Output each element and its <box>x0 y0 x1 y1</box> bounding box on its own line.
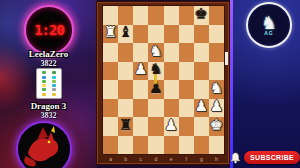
square-e2[interactable]: ♟ <box>164 117 179 136</box>
channel-logo-text: AG <box>264 30 274 36</box>
square-h7[interactable] <box>209 25 224 44</box>
square-c6[interactable] <box>133 43 148 62</box>
card-dot-2 <box>42 76 46 79</box>
square-c8[interactable] <box>133 6 148 25</box>
square-g5[interactable] <box>194 62 209 81</box>
player-name-black: Dragon 3 <box>0 101 97 111</box>
square-b5[interactable] <box>118 62 133 81</box>
square-f1[interactable] <box>179 136 194 155</box>
square-h8[interactable] <box>209 6 224 25</box>
square-g3[interactable]: ♟ <box>194 99 209 118</box>
piece-white-knight[interactable]: ♞ <box>149 44 162 59</box>
square-f3[interactable] <box>179 99 194 118</box>
square-b1[interactable] <box>118 136 133 155</box>
square-g6[interactable] <box>194 43 209 62</box>
chess-clock: 1:20 <box>24 5 74 55</box>
square-f6[interactable] <box>179 43 194 62</box>
square-c2[interactable] <box>133 117 148 136</box>
square-b7[interactable]: ♝ <box>118 25 133 44</box>
chessboard[interactable]: ♚♜♝♞♟♞♟♞♟♟♜♟♚ <box>103 6 224 154</box>
square-c3[interactable] <box>133 99 148 118</box>
clock-time: 1:20 <box>34 22 64 38</box>
square-g7[interactable] <box>194 25 209 44</box>
square-e3[interactable] <box>164 99 179 118</box>
player-rating-white: 3822 <box>0 59 97 68</box>
square-a6[interactable] <box>103 43 118 62</box>
square-d7[interactable] <box>148 25 163 44</box>
square-g4[interactable] <box>194 80 209 99</box>
square-b3[interactable] <box>118 99 133 118</box>
player-rating-black: 3832 <box>0 111 97 120</box>
square-g1[interactable] <box>194 136 209 155</box>
square-f2[interactable] <box>179 117 194 136</box>
square-h1[interactable] <box>209 136 224 155</box>
right-sidebar: ♞ AG SUBSCRIBE <box>230 0 300 168</box>
square-g2[interactable] <box>194 117 209 136</box>
piece-black-bishop[interactable]: ♝ <box>119 25 132 40</box>
piece-white-knight[interactable]: ♞ <box>210 81 223 96</box>
card-dot-6 <box>42 84 46 87</box>
square-f8[interactable] <box>179 6 194 25</box>
square-b2[interactable]: ♜ <box>118 117 133 136</box>
square-c4[interactable] <box>133 80 148 99</box>
square-b4[interactable] <box>118 80 133 99</box>
piece-white-pawn[interactable]: ♟ <box>164 118 177 133</box>
square-a1[interactable] <box>103 136 118 155</box>
subscribe-area: SUBSCRIBE <box>230 151 300 164</box>
file-label-a: a <box>103 155 118 163</box>
square-b8[interactable] <box>118 6 133 25</box>
chessboard-frame: ♚♜♝♞♟♞♟♞♟♟♜♟♚ abcdefgh <box>96 1 230 165</box>
file-label-g: g <box>194 155 209 163</box>
square-g8[interactable]: ♚ <box>194 6 209 25</box>
card-dot-4 <box>42 80 46 83</box>
square-h4[interactable]: ♞ <box>209 80 224 99</box>
card-dot-0 <box>42 71 46 74</box>
left-sidebar: 1:20 LeelaZero 3822 Dragon 3 3832 <box>0 0 97 168</box>
square-f7[interactable] <box>179 25 194 44</box>
card-dot-11 <box>52 93 56 96</box>
piece-white-pawn[interactable]: ♟ <box>134 62 147 77</box>
square-a8[interactable] <box>103 6 118 25</box>
square-d1[interactable] <box>148 136 163 155</box>
square-c7[interactable] <box>133 25 148 44</box>
square-e5[interactable] <box>164 62 179 81</box>
file-label-b: b <box>118 155 133 163</box>
dragon-logo <box>16 121 72 168</box>
square-e7[interactable] <box>164 25 179 44</box>
file-label-c: c <box>133 155 148 163</box>
card-dot-9 <box>52 88 56 91</box>
piece-white-rook[interactable]: ♜ <box>104 25 117 40</box>
square-a5[interactable] <box>103 62 118 81</box>
square-e8[interactable] <box>164 6 179 25</box>
square-a3[interactable] <box>103 99 118 118</box>
piece-black-rook[interactable]: ♜ <box>119 118 132 133</box>
card-dot-10 <box>42 93 46 96</box>
square-f4[interactable] <box>179 80 194 99</box>
square-a4[interactable] <box>103 80 118 99</box>
square-h3[interactable]: ♟ <box>209 99 224 118</box>
square-e6[interactable] <box>164 43 179 62</box>
square-h5[interactable] <box>209 62 224 81</box>
card-dot-3 <box>52 76 56 79</box>
card-dot-7 <box>52 84 56 87</box>
file-label-f: f <box>179 155 194 163</box>
square-h2[interactable]: ♚ <box>209 117 224 136</box>
subscribe-button[interactable]: SUBSCRIBE <box>244 151 300 164</box>
card-dot-1 <box>52 71 56 74</box>
bell-icon <box>230 152 241 164</box>
player-name-white: LeelaZero <box>0 49 97 59</box>
square-d2[interactable] <box>148 117 163 136</box>
piece-black-king[interactable]: ♚ <box>195 7 208 22</box>
piece-white-pawn[interactable]: ♟ <box>195 99 208 114</box>
square-e1[interactable] <box>164 136 179 155</box>
square-d3[interactable] <box>148 99 163 118</box>
channel-logo: ♞ AG <box>246 2 292 48</box>
square-e4[interactable] <box>164 80 179 99</box>
card-dot-8 <box>42 88 46 91</box>
square-a2[interactable] <box>103 117 118 136</box>
file-label-e: e <box>164 155 179 163</box>
file-label-h: h <box>209 155 224 163</box>
square-c1[interactable] <box>133 136 148 155</box>
square-b6[interactable] <box>118 43 133 62</box>
square-d8[interactable] <box>148 6 163 25</box>
square-h6[interactable] <box>209 43 224 62</box>
square-f5[interactable] <box>179 62 194 81</box>
file-label-d: d <box>148 155 163 163</box>
card-dot-5 <box>52 80 56 83</box>
eval-bar <box>225 52 228 65</box>
square-a7[interactable]: ♜ <box>103 25 118 44</box>
square-c5[interactable]: ♟ <box>133 62 148 81</box>
move-arrow <box>154 74 157 84</box>
square-d6[interactable]: ♞ <box>148 43 163 62</box>
dragon-icon <box>18 123 66 168</box>
piece-white-king[interactable]: ♚ <box>210 118 223 133</box>
engine-info-card <box>36 68 62 99</box>
video-frame: 1:20 LeelaZero 3822 Dragon 3 3832 ♚♜♝♞♟♞… <box>0 0 300 168</box>
piece-white-pawn[interactable]: ♟ <box>210 99 223 114</box>
file-coordinates: abcdefgh <box>103 155 224 163</box>
